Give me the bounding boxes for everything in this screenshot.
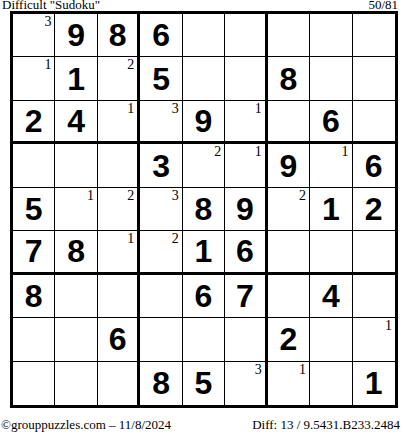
cell-r8c8[interactable] [310, 318, 352, 361]
cell-r3c1[interactable]: 2 [13, 101, 55, 144]
cell-r2c6[interactable] [225, 57, 267, 100]
corner-mark: 1 [299, 362, 306, 377]
cell-value: 9 [279, 150, 297, 182]
cell-r9c3[interactable] [98, 362, 140, 405]
cell-r2c9[interactable] [353, 57, 395, 100]
cell-value: 6 [365, 150, 383, 182]
footer-difficulty-code: Diff: 13 / 9.5431.B233.2484 [252, 417, 400, 432]
cell-r7c7[interactable] [268, 275, 310, 318]
cell-value: 2 [365, 193, 383, 225]
corner-mark: 1 [342, 144, 349, 159]
cell-r6c9[interactable] [353, 231, 395, 274]
cell-r6c6[interactable]: 6 [225, 231, 267, 274]
cell-r4c7[interactable]: 9 [268, 144, 310, 187]
cell-value: 1 [67, 63, 85, 95]
cell-value: 8 [152, 367, 170, 399]
corner-mark: 1 [255, 101, 262, 116]
cell-r1c6[interactable] [225, 14, 267, 57]
cell-value: 5 [152, 63, 170, 95]
cell-value: 5 [195, 367, 213, 399]
cell-r9c4[interactable]: 8 [140, 362, 182, 405]
cell-r2c2[interactable]: 1 [55, 57, 97, 100]
corner-mark: 3 [172, 188, 179, 203]
cell-r1c4[interactable]: 6 [140, 14, 182, 57]
cell-r9c6[interactable]: 3 [225, 362, 267, 405]
cell-value: 7 [236, 280, 254, 312]
cell-value: 4 [322, 280, 340, 312]
cell-r5c6[interactable]: 9 [225, 188, 267, 231]
cell-r6c4[interactable]: 2 [140, 231, 182, 274]
puzzle-page: Difficult "Sudoku" 50/81 398611258241391… [0, 0, 403, 437]
cell-r5c4[interactable]: 3 [140, 188, 182, 231]
cell-value: 6 [152, 19, 170, 51]
cell-r3c5[interactable]: 9 [183, 101, 225, 144]
cell-r4c6[interactable]: 1 [225, 144, 267, 187]
cell-r1c7[interactable] [268, 14, 310, 57]
corner-mark: 2 [299, 188, 306, 203]
cell-r1c5[interactable] [183, 14, 225, 57]
cell-value: 7 [25, 235, 43, 267]
cell-r8c3[interactable]: 6 [98, 318, 140, 361]
cell-value: 3 [152, 150, 170, 182]
cell-r3c2[interactable]: 4 [55, 101, 97, 144]
cell-r8c7[interactable]: 2 [268, 318, 310, 361]
cell-value: 2 [279, 323, 297, 355]
corner-mark: 3 [255, 362, 262, 377]
cell-value: 6 [236, 235, 254, 267]
cell-r1c8[interactable] [310, 14, 352, 57]
cell-r8c2[interactable] [55, 318, 97, 361]
corner-mark: 3 [44, 14, 51, 29]
cell-value: 5 [25, 193, 43, 225]
corner-mark: 2 [127, 188, 134, 203]
cell-value: 9 [67, 19, 85, 51]
cell-r9c7[interactable]: 1 [268, 362, 310, 405]
cell-r5c5[interactable]: 8 [183, 188, 225, 231]
cell-r2c3[interactable]: 2 [98, 57, 140, 100]
cell-r5c9[interactable]: 2 [353, 188, 395, 231]
corner-mark: 1 [127, 101, 134, 116]
cell-r2c5[interactable] [183, 57, 225, 100]
cell-r6c2[interactable]: 8 [55, 231, 97, 274]
cell-r4c1[interactable] [13, 144, 55, 187]
cell-r5c1[interactable]: 5 [13, 188, 55, 231]
corner-mark: 3 [172, 101, 179, 116]
cell-r4c8[interactable]: 1 [310, 144, 352, 187]
sudoku-board: 3986112582413916321916512389212781216867… [10, 11, 398, 408]
cell-r5c2[interactable]: 1 [55, 188, 97, 231]
cell-r9c2[interactable] [55, 362, 97, 405]
cell-r6c3[interactable]: 1 [98, 231, 140, 274]
corner-mark: 1 [44, 57, 51, 72]
cell-r7c5[interactable]: 6 [183, 275, 225, 318]
cell-r8c4[interactable] [140, 318, 182, 361]
cell-r8c5[interactable] [183, 318, 225, 361]
cell-r7c3[interactable] [98, 275, 140, 318]
cell-value: 8 [279, 63, 297, 95]
cell-r4c3[interactable] [98, 144, 140, 187]
cell-r3c8[interactable]: 6 [310, 101, 352, 144]
cell-value: 1 [322, 193, 340, 225]
cell-r9c8[interactable] [310, 362, 352, 405]
cell-value: 8 [67, 235, 85, 267]
cell-r4c4[interactable]: 3 [140, 144, 182, 187]
cell-r9c1[interactable] [13, 362, 55, 405]
cell-r7c6[interactable]: 7 [225, 275, 267, 318]
cell-r3c6[interactable]: 1 [225, 101, 267, 144]
cell-value: 8 [109, 19, 127, 51]
cell-r3c3[interactable]: 1 [98, 101, 140, 144]
cell-value: 4 [67, 105, 85, 137]
cell-r6c7[interactable] [268, 231, 310, 274]
corner-mark: 2 [172, 231, 179, 246]
cell-r3c7[interactable] [268, 101, 310, 144]
corner-mark: 1 [127, 231, 134, 246]
footer-copyright-date: ©grouppuzzles.com – 11/8/2024 [1, 417, 171, 432]
cell-r5c3[interactable]: 2 [98, 188, 140, 231]
cell-r1c9[interactable] [353, 14, 395, 57]
corner-mark: 1 [255, 144, 262, 159]
cell-r1c3[interactable]: 8 [98, 14, 140, 57]
corner-mark: 2 [214, 144, 221, 159]
cell-r4c2[interactable] [55, 144, 97, 187]
cell-value: 9 [236, 193, 254, 225]
cell-value: 2 [25, 105, 43, 137]
cell-value: 8 [25, 280, 43, 312]
corner-mark: 2 [127, 57, 134, 72]
cell-r8c6[interactable] [225, 318, 267, 361]
cell-r4c5[interactable]: 2 [183, 144, 225, 187]
cell-r2c1[interactable]: 1 [13, 57, 55, 100]
cell-value: 9 [195, 105, 213, 137]
cell-r2c8[interactable] [310, 57, 352, 100]
cell-r1c1[interactable]: 3 [13, 14, 55, 57]
cell-r5c7[interactable]: 2 [268, 188, 310, 231]
cell-r7c4[interactable] [140, 275, 182, 318]
cell-r9c5[interactable]: 5 [183, 362, 225, 405]
cell-value: 6 [109, 323, 127, 355]
cell-r7c9[interactable] [353, 275, 395, 318]
cell-r7c1[interactable]: 8 [13, 275, 55, 318]
cell-value: 1 [365, 367, 383, 399]
corner-mark: 1 [87, 188, 94, 203]
cell-value: 6 [195, 280, 213, 312]
cell-r8c1[interactable] [13, 318, 55, 361]
cell-r9c9[interactable]: 1 [353, 362, 395, 405]
cell-r2c4[interactable]: 5 [140, 57, 182, 100]
cell-r2c7[interactable]: 8 [268, 57, 310, 100]
cell-value: 1 [195, 235, 213, 267]
cell-r1c2[interactable]: 9 [55, 14, 97, 57]
cell-r6c5[interactable]: 1 [183, 231, 225, 274]
cell-r3c9[interactable] [353, 101, 395, 144]
cell-r6c8[interactable] [310, 231, 352, 274]
cell-r5c8[interactable]: 1 [310, 188, 352, 231]
cell-r8c9[interactable]: 1 [353, 318, 395, 361]
cell-r3c4[interactable]: 3 [140, 101, 182, 144]
cell-value: 6 [322, 105, 340, 137]
cell-value: 8 [195, 193, 213, 225]
corner-mark: 1 [385, 318, 392, 333]
cell-r7c2[interactable] [55, 275, 97, 318]
cell-r7c8[interactable]: 4 [310, 275, 352, 318]
cell-r4c9[interactable]: 6 [353, 144, 395, 187]
cell-r6c1[interactable]: 7 [13, 231, 55, 274]
